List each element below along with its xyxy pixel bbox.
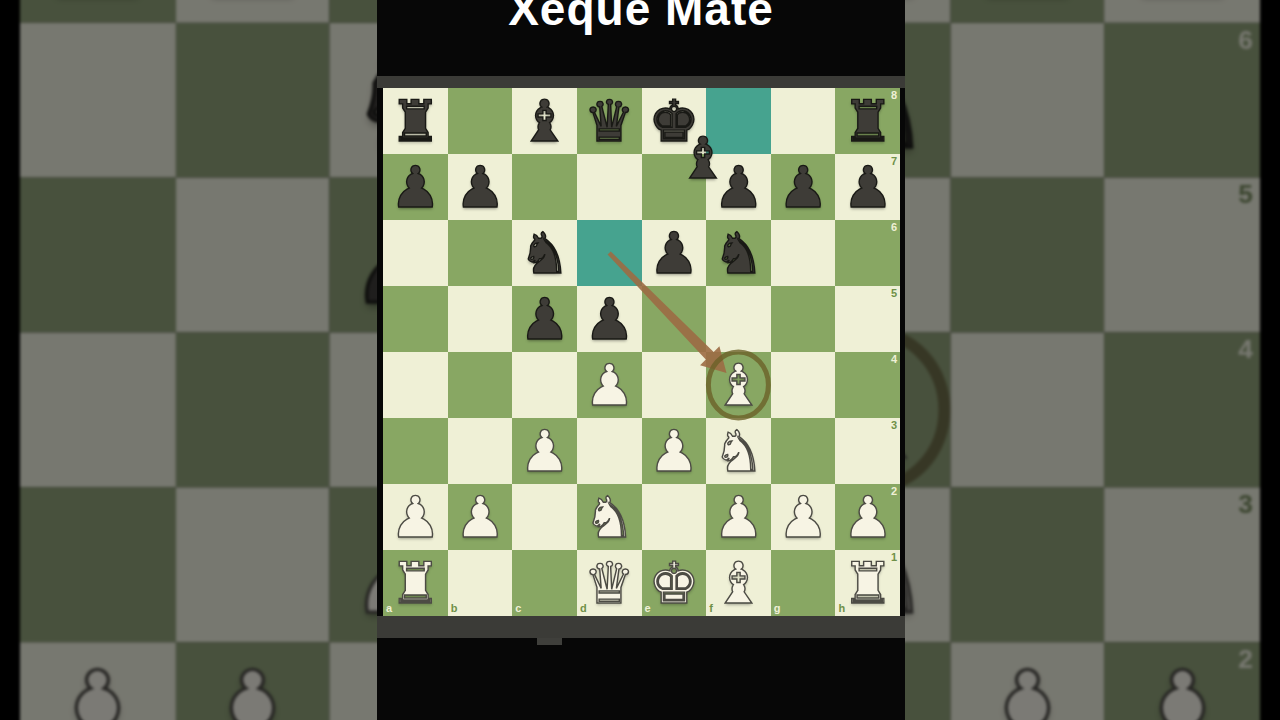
- square-a8[interactable]: ♜: [383, 88, 448, 154]
- square-a4[interactable]: [383, 352, 448, 418]
- square-d7[interactable]: [577, 154, 642, 220]
- square-e6[interactable]: ♟: [642, 220, 707, 286]
- piece-black-knight-c6[interactable]: ♞: [512, 220, 577, 286]
- square-b3[interactable]: [448, 418, 513, 484]
- square-g3: [950, 487, 1105, 642]
- square-c4[interactable]: [512, 352, 577, 418]
- square-g7[interactable]: ♟: [771, 154, 836, 220]
- square-c7[interactable]: [512, 154, 577, 220]
- piece-white-bishop-f4[interactable]: ♝: [706, 352, 771, 418]
- file-label-h: h: [838, 603, 845, 614]
- square-h4[interactable]: 4: [835, 352, 900, 418]
- square-d5[interactable]: ♟: [577, 286, 642, 352]
- square-e1[interactable]: e♚: [642, 550, 707, 616]
- square-h7[interactable]: 7♟: [835, 154, 900, 220]
- piece-white-pawn-a2[interactable]: ♟: [383, 484, 448, 550]
- square-g6: [950, 23, 1105, 178]
- square-d3[interactable]: [577, 418, 642, 484]
- piece-white-rook-a1[interactable]: ♜: [383, 550, 448, 616]
- rank-label-7: 7: [891, 156, 897, 167]
- square-g8[interactable]: [771, 88, 836, 154]
- rank-label-2: 2: [891, 486, 897, 497]
- piece-black-queen-d8[interactable]: ♛: [577, 88, 642, 154]
- square-c2[interactable]: [512, 484, 577, 550]
- square-b5: [175, 178, 330, 333]
- board-bottom-border: [377, 616, 905, 638]
- piece-black-pawn-a7[interactable]: ♟: [383, 154, 448, 220]
- piece-white-knight-f3[interactable]: ♞: [706, 418, 771, 484]
- square-b4: [175, 333, 330, 488]
- piece-white-pawn-f2[interactable]: ♟: [706, 484, 771, 550]
- square-g2: ♟: [950, 642, 1105, 720]
- piece-black-bishop-c8[interactable]: ♝: [512, 88, 577, 154]
- square-b7: ♟: [175, 0, 330, 23]
- chess-board[interactable]: ♜♝♛♚8♜♟♟♟♟7♟♞♟♞6♟♟5♟♝4♟♟♞3♟♟♞♟♟2♟a♜bcd♛e…: [383, 88, 900, 616]
- content-card: Xeque Mate ♜♝♛♚8♜♟♟♟♟7♟♞♟♞6♟♟5♟♝4♟♟♞3♟♟♞…: [377, 0, 905, 720]
- piece-black-pawn-a7: ♟: [20, 0, 175, 23]
- square-h4: 4: [1105, 333, 1260, 488]
- bottom-notch: [537, 638, 562, 645]
- square-a3: [20, 487, 175, 642]
- piece-white-pawn-b2[interactable]: ♟: [448, 484, 513, 550]
- rank-label-6: 6: [891, 222, 897, 233]
- rank-label-2: 2: [1238, 647, 1253, 673]
- piece-black-pawn-g7: ♟: [950, 0, 1105, 23]
- square-b7[interactable]: ♟: [448, 154, 513, 220]
- square-c5[interactable]: ♟: [512, 286, 577, 352]
- square-a2: ♟: [20, 642, 175, 720]
- square-b4[interactable]: [448, 352, 513, 418]
- piece-black-rook-a8[interactable]: ♜: [383, 88, 448, 154]
- rank-label-5: 5: [1238, 182, 1253, 208]
- square-e5[interactable]: [642, 286, 707, 352]
- piece-black-pawn-b7: ♟: [175, 0, 330, 23]
- square-d4[interactable]: ♟: [577, 352, 642, 418]
- square-f1[interactable]: f♝: [706, 550, 771, 616]
- square-g5[interactable]: [771, 286, 836, 352]
- square-d6[interactable]: [577, 220, 642, 286]
- square-h7: 7♟: [1105, 0, 1260, 23]
- square-g3[interactable]: [771, 418, 836, 484]
- square-d2[interactable]: ♞: [577, 484, 642, 550]
- square-a1[interactable]: a♜: [383, 550, 448, 616]
- square-b6: [175, 23, 330, 178]
- square-f5[interactable]: [706, 286, 771, 352]
- square-b2: ♟: [175, 642, 330, 720]
- piece-white-pawn-g2: ♟: [950, 642, 1105, 720]
- board-top-border: [377, 76, 905, 88]
- square-a5: [20, 178, 175, 333]
- piece-black-bishop-in-flight[interactable]: ♝: [670, 125, 736, 191]
- square-c6[interactable]: ♞: [512, 220, 577, 286]
- square-e4[interactable]: [642, 352, 707, 418]
- piece-black-pawn-h7: ♟: [1105, 0, 1260, 23]
- piece-black-pawn-g7[interactable]: ♟: [771, 154, 836, 220]
- square-a5[interactable]: [383, 286, 448, 352]
- piece-white-pawn-c3[interactable]: ♟: [512, 418, 577, 484]
- file-label-d: d: [580, 603, 587, 614]
- rank-label-8: 8: [891, 90, 897, 101]
- square-h6[interactable]: 6: [835, 220, 900, 286]
- square-h5: 5: [1105, 178, 1260, 333]
- square-h2[interactable]: 2♟: [835, 484, 900, 550]
- square-g2[interactable]: ♟: [771, 484, 836, 550]
- video-frame: ♜♝♛♚8♜♟♟♟♟7♟♞♟♞6♟♟5♟♝4♟♟♞3♟♟♞♟♟2♟a♜bcd♛e…: [0, 0, 1280, 720]
- square-b3: [175, 487, 330, 642]
- rank-label-6: 6: [1238, 27, 1253, 53]
- rank-label-1: 1: [891, 552, 897, 563]
- square-b5[interactable]: [448, 286, 513, 352]
- square-c3[interactable]: ♟: [512, 418, 577, 484]
- square-g4[interactable]: [771, 352, 836, 418]
- square-d1[interactable]: d♛: [577, 550, 642, 616]
- square-e2[interactable]: [642, 484, 707, 550]
- piece-black-pawn-c5[interactable]: ♟: [512, 286, 577, 352]
- file-label-c: c: [515, 603, 521, 614]
- square-c1[interactable]: c: [512, 550, 577, 616]
- piece-black-pawn-e6[interactable]: ♟: [642, 220, 707, 286]
- square-b2[interactable]: ♟: [448, 484, 513, 550]
- square-g7: ♟: [950, 0, 1105, 23]
- piece-black-pawn-b7[interactable]: ♟: [448, 154, 513, 220]
- square-g4: [950, 333, 1105, 488]
- square-d8[interactable]: ♛: [577, 88, 642, 154]
- square-c8[interactable]: ♝: [512, 88, 577, 154]
- square-a3[interactable]: [383, 418, 448, 484]
- square-b1[interactable]: b: [448, 550, 513, 616]
- square-h6: 6: [1105, 23, 1260, 178]
- square-a6: [20, 23, 175, 178]
- square-f4[interactable]: ♝: [706, 352, 771, 418]
- video-title: Xeque Mate: [377, 0, 905, 36]
- square-h1[interactable]: h1♜: [835, 550, 900, 616]
- square-h5[interactable]: 5: [835, 286, 900, 352]
- square-a6[interactable]: [383, 220, 448, 286]
- square-g1[interactable]: g: [771, 550, 836, 616]
- square-b6[interactable]: [448, 220, 513, 286]
- square-h2: 2♟: [1105, 642, 1260, 720]
- square-h3[interactable]: 3: [835, 418, 900, 484]
- square-a4: [20, 333, 175, 488]
- square-b8[interactable]: [448, 88, 513, 154]
- square-a7[interactable]: ♟: [383, 154, 448, 220]
- rank-label-4: 4: [891, 354, 897, 365]
- piece-white-pawn-a2: ♟: [20, 642, 175, 720]
- rank-label-5: 5: [891, 288, 897, 299]
- square-g6[interactable]: [771, 220, 836, 286]
- file-label-f: f: [709, 603, 713, 614]
- square-g5: [950, 178, 1105, 333]
- square-a2[interactable]: ♟: [383, 484, 448, 550]
- piece-white-pawn-g2[interactable]: ♟: [771, 484, 836, 550]
- file-label-a: a: [386, 603, 392, 614]
- square-f3[interactable]: ♞: [706, 418, 771, 484]
- rank-label-3: 3: [891, 420, 897, 431]
- piece-white-pawn-e3[interactable]: ♟: [642, 418, 707, 484]
- piece-white-knight-d2[interactable]: ♞: [577, 484, 642, 550]
- file-label-g: g: [774, 603, 781, 614]
- square-f2[interactable]: ♟: [706, 484, 771, 550]
- piece-black-pawn-d5[interactable]: ♟: [577, 286, 642, 352]
- square-f6[interactable]: ♞: [706, 220, 771, 286]
- piece-white-pawn-b2: ♟: [175, 642, 330, 720]
- file-label-b: b: [451, 603, 458, 614]
- square-e3[interactable]: ♟: [642, 418, 707, 484]
- square-a7: ♟: [20, 0, 175, 23]
- square-h3: 3: [1105, 487, 1260, 642]
- piece-white-bishop-f1[interactable]: ♝: [706, 550, 771, 616]
- piece-white-king-e1[interactable]: ♚: [642, 550, 707, 616]
- piece-white-pawn-h2: ♟: [1105, 642, 1260, 720]
- square-h8[interactable]: 8♜: [835, 88, 900, 154]
- rank-label-3: 3: [1238, 492, 1253, 518]
- piece-white-pawn-d4[interactable]: ♟: [577, 352, 642, 418]
- file-label-e: e: [645, 603, 651, 614]
- piece-black-knight-f6[interactable]: ♞: [706, 220, 771, 286]
- rank-label-4: 4: [1238, 337, 1253, 363]
